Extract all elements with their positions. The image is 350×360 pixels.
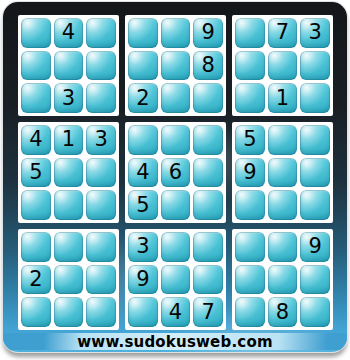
footer-bar: www.sudokusweb.com (3, 333, 347, 350)
cell-r5c1: 5 (21, 158, 51, 188)
block-4: 4135 (18, 122, 119, 223)
cell-r2c7[interactable] (235, 51, 265, 81)
cell-r1c4[interactable] (128, 18, 158, 48)
cell-r8c7[interactable] (235, 265, 265, 295)
cell-r1c5[interactable] (161, 18, 191, 48)
cell-r7c8[interactable] (268, 232, 298, 262)
cell-r2c6: 8 (193, 51, 223, 81)
cell-r9c6: 7 (193, 297, 223, 327)
cell-r5c8[interactable] (268, 158, 298, 188)
cell-r6c7[interactable] (235, 190, 265, 220)
block-5: 465 (125, 122, 226, 223)
cell-r8c2[interactable] (54, 265, 84, 295)
sudoku-board: 439827314135465592394798 www.sudokusweb.… (3, 2, 347, 352)
cell-r5c5: 6 (161, 158, 191, 188)
cell-r3c9[interactable] (300, 83, 330, 113)
block-1: 43 (18, 15, 119, 116)
block-8: 3947 (125, 229, 226, 330)
cell-r7c1[interactable] (21, 232, 51, 262)
cell-r7c9: 9 (300, 232, 330, 262)
cell-r4c2: 1 (54, 125, 84, 155)
cell-r5c4: 4 (128, 158, 158, 188)
block-2: 982 (125, 15, 226, 116)
cell-r2c3[interactable] (86, 51, 116, 81)
cell-r8c6[interactable] (193, 265, 223, 295)
cell-r9c8: 8 (268, 297, 298, 327)
cell-r3c3[interactable] (86, 83, 116, 113)
cell-r9c5: 4 (161, 297, 191, 327)
cell-r6c8[interactable] (268, 190, 298, 220)
cell-r3c7[interactable] (235, 83, 265, 113)
cell-r4c5[interactable] (161, 125, 191, 155)
cell-r3c5[interactable] (161, 83, 191, 113)
cell-r3c4: 2 (128, 83, 158, 113)
site-url[interactable]: www.sudokusweb.com (77, 333, 272, 351)
cell-r7c7[interactable] (235, 232, 265, 262)
cell-r9c3[interactable] (86, 297, 116, 327)
cell-r3c2: 3 (54, 83, 84, 113)
cell-r4c7: 5 (235, 125, 265, 155)
cell-r1c3[interactable] (86, 18, 116, 48)
block-3: 731 (232, 15, 333, 116)
cell-r4c9[interactable] (300, 125, 330, 155)
cell-r2c8[interactable] (268, 51, 298, 81)
cell-r2c2[interactable] (54, 51, 84, 81)
cell-r4c4[interactable] (128, 125, 158, 155)
cell-r9c7[interactable] (235, 297, 265, 327)
cell-r8c4: 9 (128, 265, 158, 295)
cell-r1c7[interactable] (235, 18, 265, 48)
cell-r5c9[interactable] (300, 158, 330, 188)
cell-r8c8[interactable] (268, 265, 298, 295)
cell-r4c1: 4 (21, 125, 51, 155)
cell-r5c6[interactable] (193, 158, 223, 188)
cell-r7c2[interactable] (54, 232, 84, 262)
cell-r2c9[interactable] (300, 51, 330, 81)
cell-r9c9[interactable] (300, 297, 330, 327)
cell-r1c9: 3 (300, 18, 330, 48)
cell-r3c6[interactable] (193, 83, 223, 113)
cell-r6c6[interactable] (193, 190, 223, 220)
cell-r2c1[interactable] (21, 51, 51, 81)
cell-r7c6[interactable] (193, 232, 223, 262)
cell-r8c3[interactable] (86, 265, 116, 295)
cell-r4c8[interactable] (268, 125, 298, 155)
cell-r5c3[interactable] (86, 158, 116, 188)
cell-r5c2[interactable] (54, 158, 84, 188)
cell-r6c9[interactable] (300, 190, 330, 220)
cell-r4c6[interactable] (193, 125, 223, 155)
cell-r3c8: 1 (268, 83, 298, 113)
cell-r2c4[interactable] (128, 51, 158, 81)
cell-r8c5[interactable] (161, 265, 191, 295)
cell-r6c3[interactable] (86, 190, 116, 220)
cell-r6c5[interactable] (161, 190, 191, 220)
cell-r8c9[interactable] (300, 265, 330, 295)
cell-r8c1: 2 (21, 265, 51, 295)
cell-r6c2[interactable] (54, 190, 84, 220)
cell-r9c4[interactable] (128, 297, 158, 327)
cell-r5c7: 9 (235, 158, 265, 188)
cell-r7c3[interactable] (86, 232, 116, 262)
cell-r9c2[interactable] (54, 297, 84, 327)
block-9: 98 (232, 229, 333, 330)
cell-r9c1[interactable] (21, 297, 51, 327)
cell-r3c1[interactable] (21, 83, 51, 113)
block-6: 59 (232, 122, 333, 223)
block-7: 2 (18, 229, 119, 330)
cell-r6c4: 5 (128, 190, 158, 220)
cell-r1c8: 7 (268, 18, 298, 48)
sudoku-grid: 439827314135465592394798 (18, 15, 333, 330)
cell-r2c5[interactable] (161, 51, 191, 81)
cell-r1c6: 9 (193, 18, 223, 48)
cell-r7c5[interactable] (161, 232, 191, 262)
cell-r6c1[interactable] (21, 190, 51, 220)
cell-r1c1[interactable] (21, 18, 51, 48)
cell-r1c2: 4 (54, 18, 84, 48)
cell-r7c4: 3 (128, 232, 158, 262)
cell-r4c3: 3 (86, 125, 116, 155)
